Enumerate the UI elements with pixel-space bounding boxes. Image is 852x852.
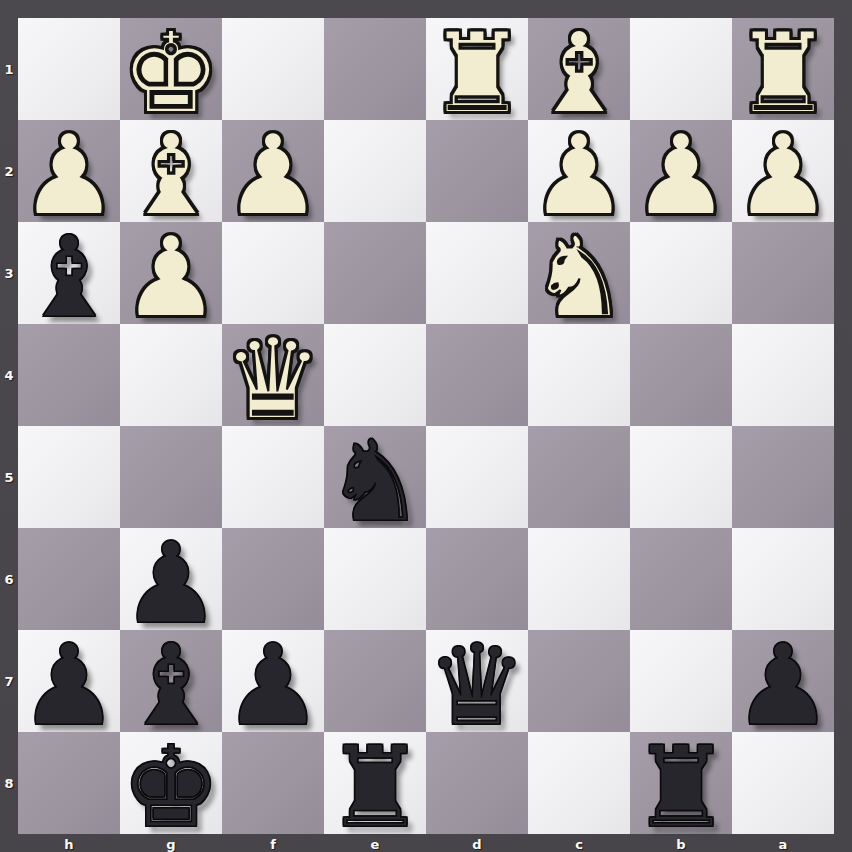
piece-black-queen-d7[interactable]: ♛ <box>427 634 527 736</box>
rank-label-4: 4 <box>0 324 18 426</box>
rank-label-2: 2 <box>0 120 18 222</box>
square-c5[interactable] <box>528 426 630 528</box>
piece-black-pawn-h7[interactable]: ♟ <box>19 634 119 736</box>
square-a6[interactable] <box>732 528 834 630</box>
square-h8[interactable] <box>18 732 120 834</box>
rank-label-6: 6 <box>0 528 18 630</box>
square-a3[interactable] <box>732 222 834 324</box>
piece-white-rook-a1[interactable]: ♜ <box>733 22 833 124</box>
square-c6[interactable] <box>528 528 630 630</box>
piece-white-pawn-g3[interactable]: ♟ <box>121 226 221 328</box>
piece-black-pawn-f7[interactable]: ♟ <box>223 634 323 736</box>
square-g3[interactable]: ♟ <box>120 222 222 324</box>
square-f8[interactable] <box>222 732 324 834</box>
piece-white-knight-c3[interactable]: ♞ <box>529 226 629 328</box>
chessboard-frame: 12345678 ♚♜♝♜♟♝♟♟♟♟♝♟♞♛♞♟♟♝♟♛♟♚♜♜ hgfedc… <box>0 0 852 852</box>
piece-white-bishop-g2[interactable]: ♝ <box>121 124 221 226</box>
square-h2[interactable]: ♟ <box>18 120 120 222</box>
file-label-h: h <box>18 836 120 852</box>
square-b5[interactable] <box>630 426 732 528</box>
square-b7[interactable] <box>630 630 732 732</box>
square-b1[interactable] <box>630 18 732 120</box>
square-e6[interactable] <box>324 528 426 630</box>
file-label-a: a <box>732 836 834 852</box>
square-b8[interactable]: ♜ <box>630 732 732 834</box>
piece-white-pawn-f2[interactable]: ♟ <box>223 124 323 226</box>
square-c4[interactable] <box>528 324 630 426</box>
piece-white-pawn-b2[interactable]: ♟ <box>631 124 731 226</box>
square-f2[interactable]: ♟ <box>222 120 324 222</box>
piece-black-rook-e8[interactable]: ♜ <box>325 736 425 838</box>
square-d8[interactable] <box>426 732 528 834</box>
square-f3[interactable] <box>222 222 324 324</box>
square-a8[interactable] <box>732 732 834 834</box>
square-a2[interactable]: ♟ <box>732 120 834 222</box>
piece-black-pawn-a7[interactable]: ♟ <box>733 634 833 736</box>
square-c7[interactable] <box>528 630 630 732</box>
square-h6[interactable] <box>18 528 120 630</box>
rank-label-3: 3 <box>0 222 18 324</box>
piece-white-pawn-a2[interactable]: ♟ <box>733 124 833 226</box>
square-b3[interactable] <box>630 222 732 324</box>
file-label-g: g <box>120 836 222 852</box>
square-f6[interactable] <box>222 528 324 630</box>
piece-white-queen-f4[interactable]: ♛ <box>223 328 323 430</box>
square-b6[interactable] <box>630 528 732 630</box>
square-c3[interactable]: ♞ <box>528 222 630 324</box>
square-e4[interactable] <box>324 324 426 426</box>
square-d3[interactable] <box>426 222 528 324</box>
piece-black-bishop-h3[interactable]: ♝ <box>19 226 119 328</box>
piece-white-rook-d1[interactable]: ♜ <box>427 22 527 124</box>
piece-white-bishop-c1[interactable]: ♝ <box>529 22 629 124</box>
square-g1[interactable]: ♚ <box>120 18 222 120</box>
file-label-d: d <box>426 836 528 852</box>
piece-white-pawn-h2[interactable]: ♟ <box>19 124 119 226</box>
rank-label-7: 7 <box>0 630 18 732</box>
square-g2[interactable]: ♝ <box>120 120 222 222</box>
square-d4[interactable] <box>426 324 528 426</box>
square-h3[interactable]: ♝ <box>18 222 120 324</box>
square-e7[interactable] <box>324 630 426 732</box>
rank-label-5: 5 <box>0 426 18 528</box>
square-f7[interactable]: ♟ <box>222 630 324 732</box>
square-d1[interactable]: ♜ <box>426 18 528 120</box>
square-c1[interactable]: ♝ <box>528 18 630 120</box>
square-h7[interactable]: ♟ <box>18 630 120 732</box>
rank-label-8: 8 <box>0 732 18 834</box>
square-g4[interactable] <box>120 324 222 426</box>
square-a5[interactable] <box>732 426 834 528</box>
rank-labels: 12345678 <box>0 18 18 834</box>
square-e3[interactable] <box>324 222 426 324</box>
piece-white-king-g1[interactable]: ♚ <box>121 22 221 124</box>
piece-black-bishop-g7[interactable]: ♝ <box>121 634 221 736</box>
square-g6[interactable]: ♟ <box>120 528 222 630</box>
file-label-b: b <box>630 836 732 852</box>
file-labels: hgfedcba <box>18 836 834 852</box>
square-d5[interactable] <box>426 426 528 528</box>
square-g5[interactable] <box>120 426 222 528</box>
square-e2[interactable] <box>324 120 426 222</box>
chess-board[interactable]: ♚♜♝♜♟♝♟♟♟♟♝♟♞♛♞♟♟♝♟♛♟♚♜♜ <box>18 18 834 834</box>
square-h1[interactable] <box>18 18 120 120</box>
piece-black-king-g8[interactable]: ♚ <box>121 736 221 838</box>
rank-label-1: 1 <box>0 18 18 120</box>
square-g8[interactable]: ♚ <box>120 732 222 834</box>
square-a1[interactable]: ♜ <box>732 18 834 120</box>
square-c2[interactable]: ♟ <box>528 120 630 222</box>
square-e5[interactable]: ♞ <box>324 426 426 528</box>
square-e8[interactable]: ♜ <box>324 732 426 834</box>
square-d7[interactable]: ♛ <box>426 630 528 732</box>
piece-black-knight-e5[interactable]: ♞ <box>325 430 425 532</box>
square-d2[interactable] <box>426 120 528 222</box>
square-e1[interactable] <box>324 18 426 120</box>
square-f5[interactable] <box>222 426 324 528</box>
square-c8[interactable] <box>528 732 630 834</box>
square-f4[interactable]: ♛ <box>222 324 324 426</box>
file-label-e: e <box>324 836 426 852</box>
square-d6[interactable] <box>426 528 528 630</box>
file-label-c: c <box>528 836 630 852</box>
piece-black-pawn-g6[interactable]: ♟ <box>121 532 221 634</box>
piece-black-rook-b8[interactable]: ♜ <box>631 736 731 838</box>
square-h4[interactable] <box>18 324 120 426</box>
square-f1[interactable] <box>222 18 324 120</box>
square-a7[interactable]: ♟ <box>732 630 834 732</box>
file-label-f: f <box>222 836 324 852</box>
square-b2[interactable]: ♟ <box>630 120 732 222</box>
piece-white-pawn-c2[interactable]: ♟ <box>529 124 629 226</box>
square-g7[interactable]: ♝ <box>120 630 222 732</box>
square-a4[interactable] <box>732 324 834 426</box>
square-b4[interactable] <box>630 324 732 426</box>
square-h5[interactable] <box>18 426 120 528</box>
